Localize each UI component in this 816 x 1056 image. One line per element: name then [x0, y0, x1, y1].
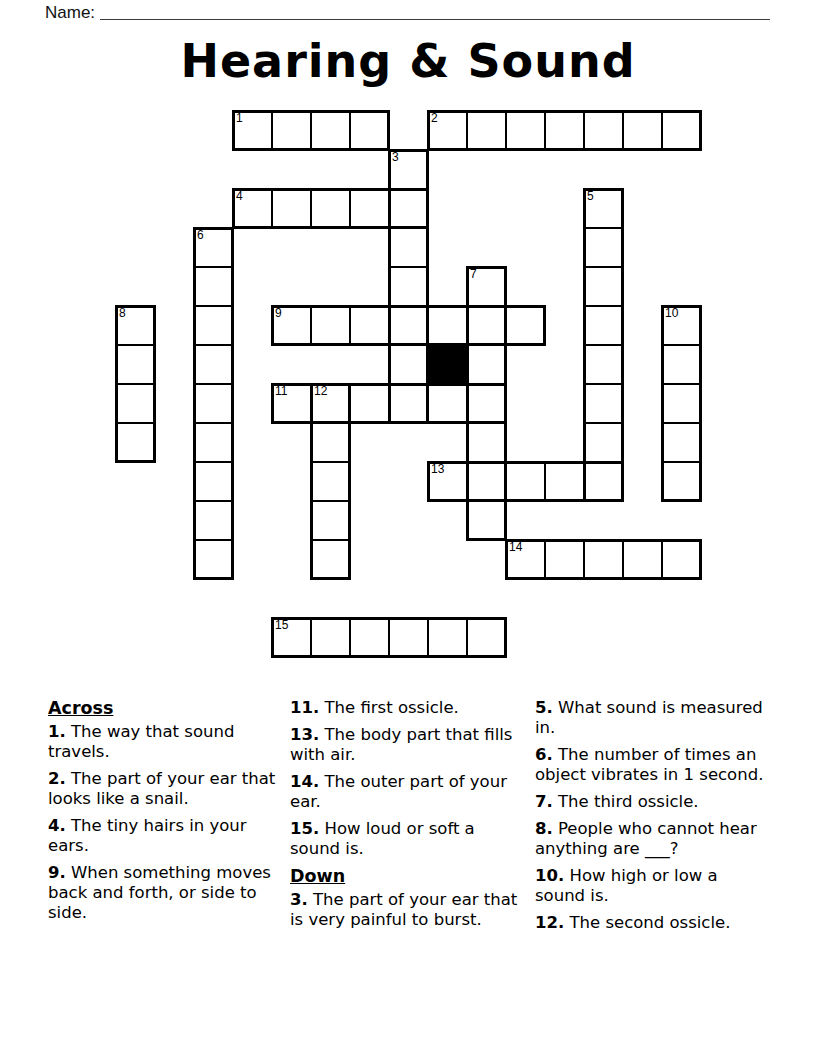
- grid-cell[interactable]: [466, 500, 507, 541]
- grid-cell[interactable]: [505, 539, 546, 580]
- grid-cell[interactable]: [271, 617, 312, 658]
- grid-cell[interactable]: [310, 500, 351, 541]
- grid-cell[interactable]: [544, 539, 585, 580]
- grid-cell[interactable]: [427, 461, 468, 502]
- grid-cell[interactable]: [310, 617, 351, 658]
- clue-4: 4. The tiny hairs in your ears.: [48, 816, 276, 856]
- grid-cell[interactable]: [310, 305, 351, 346]
- grid-cell[interactable]: [505, 110, 546, 151]
- grid-cell[interactable]: [583, 188, 624, 229]
- grid-cell[interactable]: [388, 383, 429, 424]
- clue-column-1: Across1. The way that sound travels.2. T…: [48, 698, 276, 930]
- grid-cell[interactable]: [388, 617, 429, 658]
- worksheet-page: Name: Hearing & Sound 123456789101112131…: [0, 0, 816, 1056]
- grid-cell[interactable]: [661, 305, 702, 346]
- clue-number: 7.: [535, 792, 553, 811]
- grid-cell[interactable]: [661, 383, 702, 424]
- grid-cell[interactable]: [310, 110, 351, 151]
- grid-cell[interactable]: [349, 617, 390, 658]
- down-header: Down: [290, 866, 518, 886]
- clue-2: 2. The part of your ear that looks like …: [48, 769, 276, 809]
- grid-cell[interactable]: [271, 188, 312, 229]
- grid-cell[interactable]: [427, 305, 468, 346]
- clue-number: 2.: [48, 769, 66, 788]
- black-cell: [427, 344, 468, 385]
- grid-cell[interactable]: [622, 110, 663, 151]
- clue-7: 7. The third ossicle.: [535, 792, 771, 812]
- clue-number: 11.: [290, 698, 319, 717]
- across-header: Across: [48, 698, 276, 718]
- clue-12: 12. The second ossicle.: [535, 913, 771, 933]
- clue-3: 3. The part of your ear that is very pai…: [290, 890, 518, 930]
- clue-column-3: 5. What sound is measured in.6. The numb…: [535, 698, 771, 940]
- grid-cell[interactable]: [115, 344, 156, 385]
- clue-15: 15. How loud or soft a sound is.: [290, 819, 518, 859]
- grid-cell[interactable]: [193, 305, 234, 346]
- grid-cell[interactable]: [388, 344, 429, 385]
- grid-cell[interactable]: [505, 461, 546, 502]
- grid-cell[interactable]: [388, 305, 429, 346]
- grid-cell[interactable]: [388, 227, 429, 268]
- grid-cell[interactable]: [466, 266, 507, 307]
- grid-cell[interactable]: [388, 266, 429, 307]
- grid-cell[interactable]: [427, 617, 468, 658]
- grid-cell[interactable]: [466, 344, 507, 385]
- grid-cell[interactable]: [310, 383, 351, 424]
- crossword-grid: 123456789101112131415: [115, 110, 702, 658]
- clue-number: 5.: [535, 698, 553, 717]
- grid-cell[interactable]: [388, 149, 429, 190]
- grid-cell[interactable]: [583, 422, 624, 463]
- clue-13: 13. The body part that fills with air.: [290, 725, 518, 765]
- clue-number: 15.: [290, 819, 319, 838]
- grid-cell[interactable]: [115, 422, 156, 463]
- grid-cell[interactable]: [583, 539, 624, 580]
- grid-cell[interactable]: [310, 188, 351, 229]
- grid-cell[interactable]: [466, 110, 507, 151]
- clue-1: 1. The way that sound travels.: [48, 722, 276, 762]
- clue-number: 9.: [48, 863, 66, 882]
- clue-number: 6.: [535, 745, 553, 764]
- grid-cell[interactable]: [583, 383, 624, 424]
- clue-11: 11. The first ossicle.: [290, 698, 518, 718]
- grid-cell[interactable]: [583, 461, 624, 502]
- grid-cell[interactable]: [193, 383, 234, 424]
- clue-14: 14. The outer part of your ear.: [290, 772, 518, 812]
- grid-cell[interactable]: [466, 383, 507, 424]
- grid-cell[interactable]: [349, 305, 390, 346]
- clue-number: 4.: [48, 816, 66, 835]
- grid-cell[interactable]: [466, 461, 507, 502]
- grid-cell[interactable]: [349, 188, 390, 229]
- grid-cell[interactable]: [661, 461, 702, 502]
- grid-cell[interactable]: [310, 422, 351, 463]
- grid-cell[interactable]: [310, 539, 351, 580]
- grid-cell[interactable]: [115, 383, 156, 424]
- grid-cell[interactable]: [193, 539, 234, 580]
- grid-cell[interactable]: [505, 305, 546, 346]
- clue-8: 8. People who cannot hear anything are _…: [535, 819, 771, 859]
- grid-cell[interactable]: [193, 227, 234, 268]
- grid-cell[interactable]: [193, 422, 234, 463]
- grid-cell[interactable]: [271, 110, 312, 151]
- grid-cell[interactable]: [661, 110, 702, 151]
- grid-cell[interactable]: [583, 344, 624, 385]
- grid-cell[interactable]: [115, 305, 156, 346]
- clue-10: 10. How high or low a sound is.: [535, 866, 771, 906]
- clue-number: 13.: [290, 725, 319, 744]
- grid-cell[interactable]: [583, 227, 624, 268]
- grid-cell[interactable]: [583, 266, 624, 307]
- clue-number: 3.: [290, 890, 308, 909]
- grid-cell[interactable]: [466, 617, 507, 658]
- grid-cell[interactable]: [232, 110, 273, 151]
- clue-column-2: 11. The first ossicle.13. The body part …: [290, 698, 518, 937]
- grid-cell[interactable]: [622, 539, 663, 580]
- grid-cell[interactable]: [193, 500, 234, 541]
- grid-cell[interactable]: [583, 110, 624, 151]
- clue-9: 9. When something moves back and forth, …: [48, 863, 276, 923]
- grid-cell[interactable]: [193, 344, 234, 385]
- name-label: Name:: [45, 3, 95, 23]
- grid-cell[interactable]: [193, 461, 234, 502]
- clue-number: 1.: [48, 722, 66, 741]
- grid-cell[interactable]: [661, 539, 702, 580]
- grid-cell[interactable]: [583, 305, 624, 346]
- clue-number: 10.: [535, 866, 564, 885]
- grid-cell[interactable]: [349, 110, 390, 151]
- grid-cell[interactable]: [271, 305, 312, 346]
- grid-cell[interactable]: [544, 110, 585, 151]
- grid-cell[interactable]: [271, 383, 312, 424]
- grid-cell[interactable]: [193, 266, 234, 307]
- clue-6: 6. The number of times an object vibrate…: [535, 745, 771, 785]
- clue-5: 5. What sound is measured in.: [535, 698, 771, 738]
- grid-cell[interactable]: [427, 110, 468, 151]
- grid-cell[interactable]: [661, 344, 702, 385]
- name-write-line[interactable]: [100, 1, 770, 20]
- puzzle-title: Hearing & Sound: [0, 34, 816, 88]
- grid-cell[interactable]: [310, 461, 351, 502]
- clue-number: 12.: [535, 913, 564, 932]
- grid-cell[interactable]: [466, 422, 507, 463]
- grid-cell[interactable]: [232, 188, 273, 229]
- grid-cell[interactable]: [349, 383, 390, 424]
- grid-cell[interactable]: [661, 422, 702, 463]
- grid-cell[interactable]: [544, 461, 585, 502]
- grid-cell[interactable]: [388, 188, 429, 229]
- clue-number: 14.: [290, 772, 319, 791]
- clue-number: 8.: [535, 819, 553, 838]
- grid-cell[interactable]: [466, 305, 507, 346]
- grid-cell[interactable]: [427, 383, 468, 424]
